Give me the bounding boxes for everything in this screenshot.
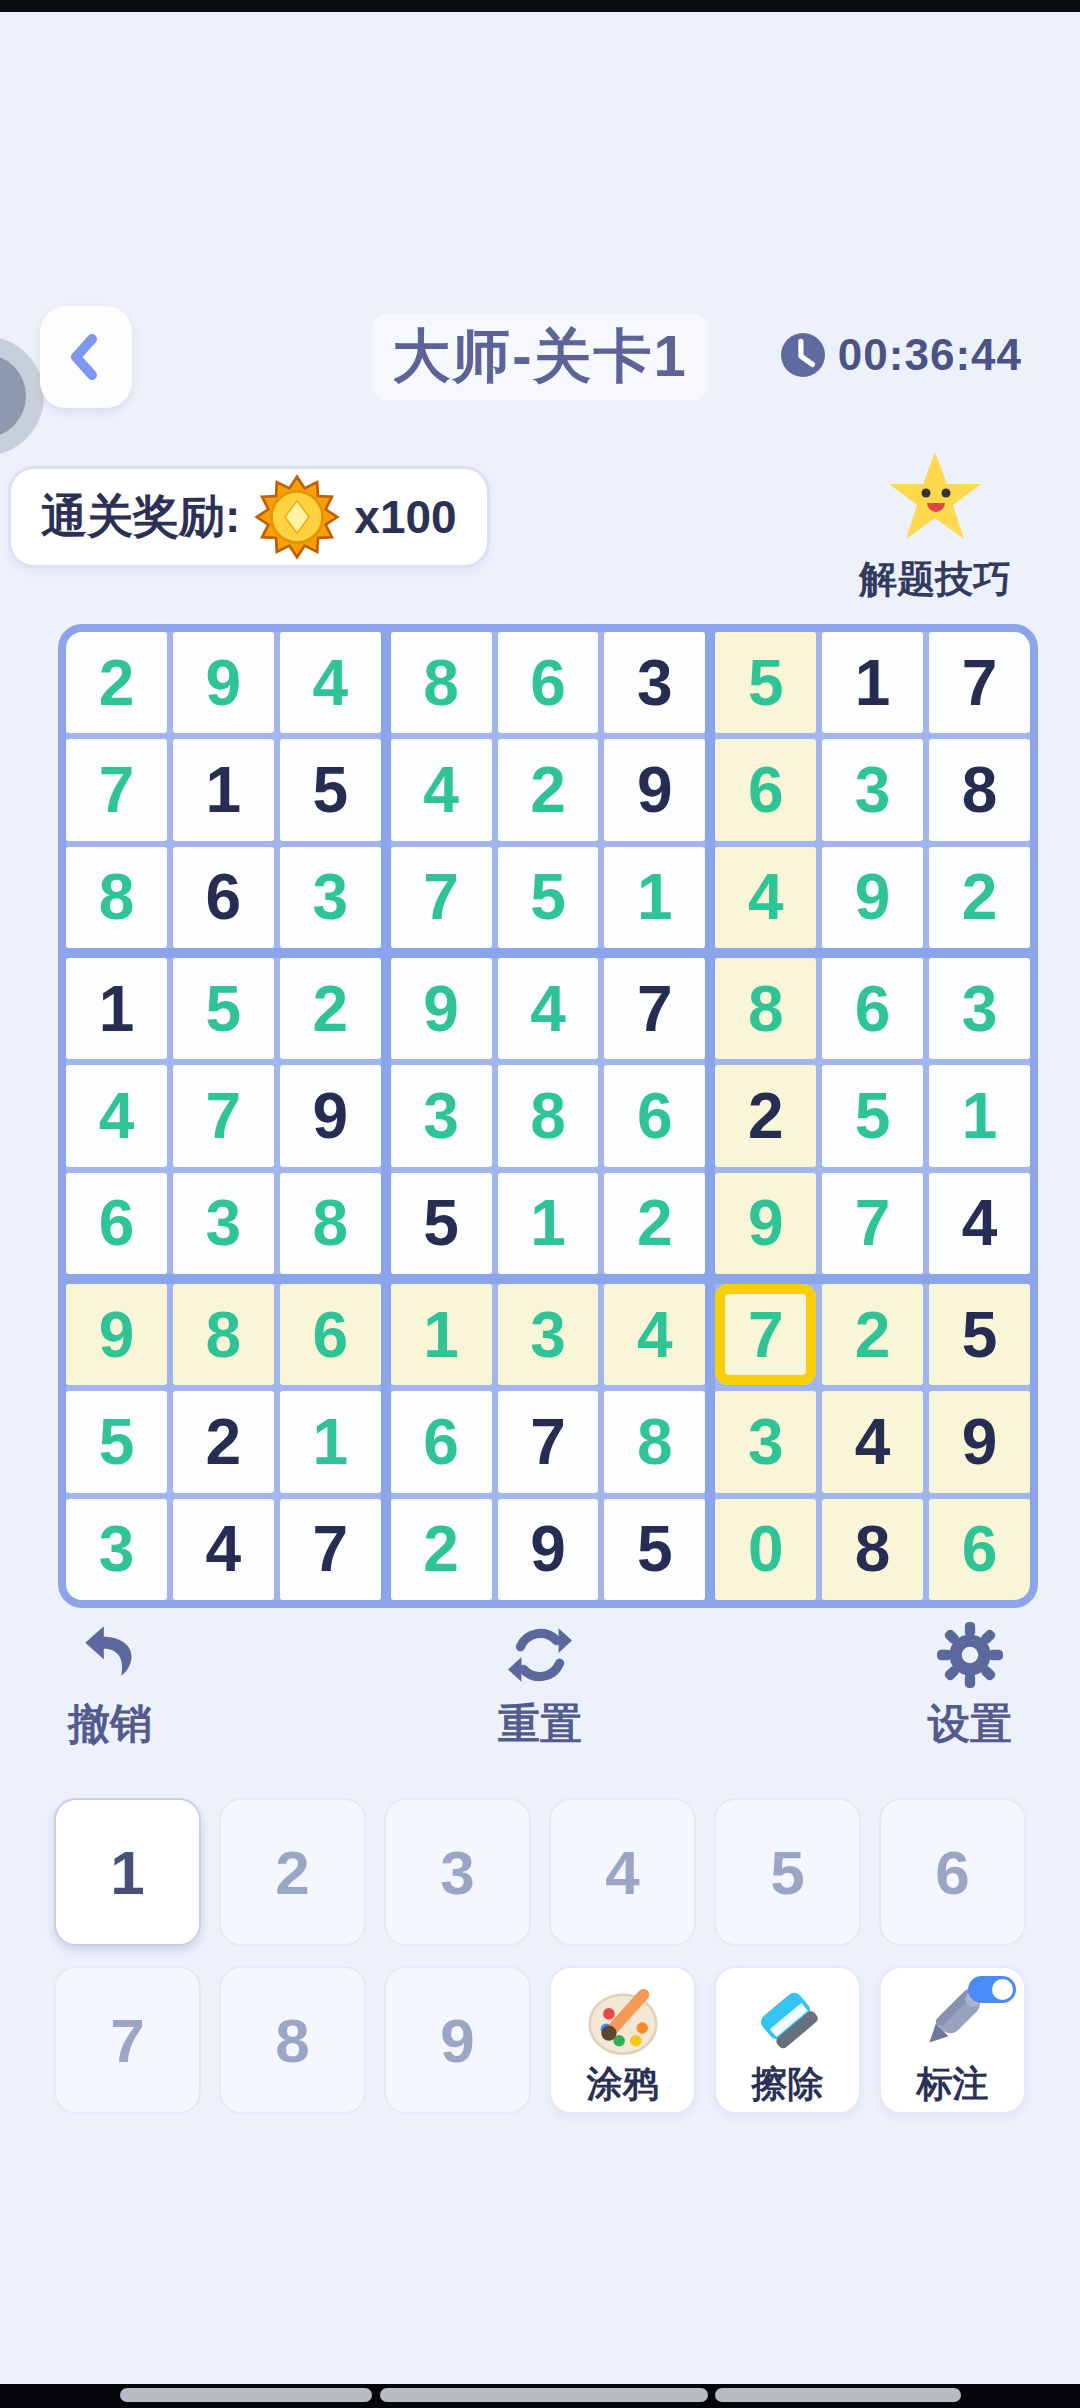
cell-r5c4[interactable]: 3: [391, 1065, 492, 1166]
undo-icon: [72, 1622, 148, 1688]
cell-r7c3[interactable]: 6: [280, 1284, 381, 1385]
cell-r6c6[interactable]: 2: [604, 1173, 705, 1274]
cell-r2c6[interactable]: 9: [604, 739, 705, 840]
cell-r8c3[interactable]: 1: [280, 1391, 381, 1492]
reward-pill: 通关奖励: x100: [8, 466, 490, 568]
block-2-2: 947386512: [391, 958, 706, 1274]
cell-r6c9[interactable]: 4: [929, 1173, 1030, 1274]
cell-r9c2[interactable]: 4: [173, 1499, 274, 1600]
reset-button[interactable]: 重置: [470, 1622, 610, 1752]
cell-r6c1[interactable]: 6: [66, 1173, 167, 1274]
settings-label: 设置: [928, 1696, 1012, 1752]
cell-r2c2[interactable]: 1: [173, 739, 274, 840]
cell-r2c3[interactable]: 5: [280, 739, 381, 840]
app-screen: zz 大师-关卡1 00:36:44 通关奖励: x100: [0, 0, 1080, 2408]
cell-r3c9[interactable]: 2: [929, 847, 1030, 948]
cell-r7c5[interactable]: 3: [498, 1284, 599, 1385]
doodle-label: 涂鸦: [587, 2060, 659, 2109]
cell-r1c6[interactable]: 3: [604, 632, 705, 733]
cell-r4c1[interactable]: 1: [66, 958, 167, 1059]
cell-r1c2[interactable]: 9: [173, 632, 274, 733]
nav-bar-left[interactable]: [120, 2388, 372, 2402]
cell-r8c6[interactable]: 8: [604, 1391, 705, 1492]
cell-r5c3[interactable]: 9: [280, 1065, 381, 1166]
cell-r9c3[interactable]: 7: [280, 1499, 381, 1600]
numpad-5[interactable]: 5: [714, 1798, 861, 1946]
undo-button[interactable]: 撤销: [40, 1622, 180, 1752]
cell-r7c2[interactable]: 8: [173, 1284, 274, 1385]
cell-r8c1[interactable]: 5: [66, 1391, 167, 1492]
sudoku-board: 2947158638634297515176384921524796389473…: [58, 624, 1038, 1608]
block-2-3: 863251974: [715, 958, 1030, 1274]
cell-r5c6[interactable]: 6: [604, 1065, 705, 1166]
cell-r6c8[interactable]: 7: [822, 1173, 923, 1274]
cell-r8c9[interactable]: 9: [929, 1391, 1030, 1492]
cell-r3c6[interactable]: 1: [604, 847, 705, 948]
cell-r3c2[interactable]: 6: [173, 847, 274, 948]
android-nav-bar: [0, 2384, 1080, 2408]
cell-r3c1[interactable]: 8: [66, 847, 167, 948]
cell-r4c2[interactable]: 5: [173, 958, 274, 1059]
annotate-label: 标注: [917, 2060, 989, 2109]
cell-r6c7[interactable]: 9: [715, 1173, 816, 1274]
cell-r7c7[interactable]: 7: [715, 1284, 816, 1385]
tips-button[interactable]: 解题技巧: [820, 448, 1050, 605]
cell-r7c9[interactable]: 5: [929, 1284, 1030, 1385]
cell-r8c5[interactable]: 7: [498, 1391, 599, 1492]
cell-r2c7[interactable]: 6: [715, 739, 816, 840]
cell-r9c5[interactable]: 9: [498, 1499, 599, 1600]
numpad-row-1: 1 2 3 4 5 6: [54, 1798, 1026, 1946]
star-face-icon: [883, 448, 987, 548]
timer-value: 00:36:44: [838, 330, 1022, 380]
level-title-text: 大师-关卡1: [372, 314, 708, 400]
cell-r6c3[interactable]: 8: [280, 1173, 381, 1274]
cell-r9c9[interactable]: 6: [929, 1499, 1030, 1600]
cell-r7c4[interactable]: 1: [391, 1284, 492, 1385]
toggle-knob: [992, 1979, 1013, 2000]
numpad-3[interactable]: 3: [384, 1798, 531, 1946]
cell-r1c9[interactable]: 7: [929, 632, 1030, 733]
cell-r2c5[interactable]: 2: [498, 739, 599, 840]
status-bar-strip: [0, 0, 1080, 12]
numpad-7[interactable]: 7: [54, 1966, 201, 2114]
cell-r5c5[interactable]: 8: [498, 1065, 599, 1166]
numpad-8[interactable]: 8: [219, 1966, 366, 2114]
block-1-3: 517638492: [715, 632, 1030, 948]
cell-r1c3[interactable]: 4: [280, 632, 381, 733]
cell-r2c4[interactable]: 4: [391, 739, 492, 840]
cell-r3c5[interactable]: 5: [498, 847, 599, 948]
cell-r5c9[interactable]: 1: [929, 1065, 1030, 1166]
cell-r3c4[interactable]: 7: [391, 847, 492, 948]
numpad-4[interactable]: 4: [549, 1798, 696, 1946]
board-blocks: 2947158638634297515176384921524796389473…: [66, 632, 1030, 1600]
block-3-1: 986521347: [66, 1284, 381, 1600]
numpad-1[interactable]: 1: [54, 1798, 201, 1946]
cell-r4c6[interactable]: 7: [604, 958, 705, 1059]
annotate-button[interactable]: 标注: [879, 1966, 1026, 2114]
cell-r2c9[interactable]: 8: [929, 739, 1030, 840]
settings-button[interactable]: 设置: [900, 1622, 1040, 1752]
block-2-1: 152479638: [66, 958, 381, 1274]
cell-r7c8[interactable]: 2: [822, 1284, 923, 1385]
nav-bar-right[interactable]: [715, 2388, 961, 2402]
annotate-toggle[interactable]: [968, 1976, 1016, 2003]
block-3-3: 725349086: [715, 1284, 1030, 1600]
numpad-9[interactable]: 9: [384, 1966, 531, 2114]
nav-bar-center[interactable]: [380, 2388, 708, 2402]
cell-r7c1[interactable]: 9: [66, 1284, 167, 1385]
cell-r7c6[interactable]: 4: [604, 1284, 705, 1385]
erase-label: 擦除: [752, 2060, 824, 2109]
cell-r1c4[interactable]: 8: [391, 632, 492, 733]
cell-r9c4[interactable]: 2: [391, 1499, 492, 1600]
reward-label: 通关奖励:: [41, 486, 240, 548]
cell-r9c8[interactable]: 8: [822, 1499, 923, 1600]
cell-r3c7[interactable]: 4: [715, 847, 816, 948]
cell-r8c7[interactable]: 3: [715, 1391, 816, 1492]
gold-medal-icon: [254, 474, 340, 560]
cell-r4c7[interactable]: 8: [715, 958, 816, 1059]
cell-r5c2[interactable]: 7: [173, 1065, 274, 1166]
cell-r4c5[interactable]: 4: [498, 958, 599, 1059]
block-1-1: 294715863: [66, 632, 381, 948]
cell-r6c5[interactable]: 1: [498, 1173, 599, 1274]
cell-r1c1[interactable]: 2: [66, 632, 167, 733]
block-1-2: 863429751: [391, 632, 706, 948]
cell-r9c6[interactable]: 5: [604, 1499, 705, 1600]
cell-r4c8[interactable]: 6: [822, 958, 923, 1059]
cell-r1c5[interactable]: 6: [498, 632, 599, 733]
tips-label: 解题技巧: [859, 554, 1011, 605]
cell-r3c8[interactable]: 9: [822, 847, 923, 948]
cell-r1c7[interactable]: 5: [715, 632, 816, 733]
doodle-button[interactable]: 涂鸦: [549, 1966, 696, 2114]
cell-r4c9[interactable]: 3: [929, 958, 1030, 1059]
cell-r6c4[interactable]: 5: [391, 1173, 492, 1274]
numpad-6[interactable]: 6: [879, 1798, 1026, 1946]
cell-r5c7[interactable]: 2: [715, 1065, 816, 1166]
cell-r8c2[interactable]: 2: [173, 1391, 274, 1492]
cell-r2c8[interactable]: 3: [822, 739, 923, 840]
gear-icon: [935, 1622, 1005, 1688]
numpad-2[interactable]: 2: [219, 1798, 366, 1946]
erase-button[interactable]: 擦除: [714, 1966, 861, 2114]
cell-r8c4[interactable]: 6: [391, 1391, 492, 1492]
numpad-row-2: 7 8 9 涂鸦 擦除: [54, 1966, 1026, 2114]
cell-r9c1[interactable]: 3: [66, 1499, 167, 1600]
cell-r9c7[interactable]: 0: [715, 1499, 816, 1600]
cell-r5c8[interactable]: 5: [822, 1065, 923, 1166]
reset-label: 重置: [498, 1696, 582, 1752]
clock-icon: [780, 332, 826, 378]
undo-label: 撤销: [68, 1696, 152, 1752]
cell-r4c4[interactable]: 9: [391, 958, 492, 1059]
reset-icon: [505, 1622, 575, 1688]
cell-r6c2[interactable]: 3: [173, 1173, 274, 1274]
reward-amount: x100: [354, 490, 456, 544]
cell-r1c8[interactable]: 1: [822, 632, 923, 733]
cell-r2c1[interactable]: 7: [66, 739, 167, 840]
block-3-2: 134678295: [391, 1284, 706, 1600]
cell-r8c8[interactable]: 4: [822, 1391, 923, 1492]
cell-r3c3[interactable]: 3: [280, 847, 381, 948]
timer: 00:36:44: [780, 330, 1022, 380]
eraser-icon: [747, 1978, 829, 2060]
cell-r4c3[interactable]: 2: [280, 958, 381, 1059]
palette-icon: [582, 1978, 664, 2060]
cell-r5c1[interactable]: 4: [66, 1065, 167, 1166]
